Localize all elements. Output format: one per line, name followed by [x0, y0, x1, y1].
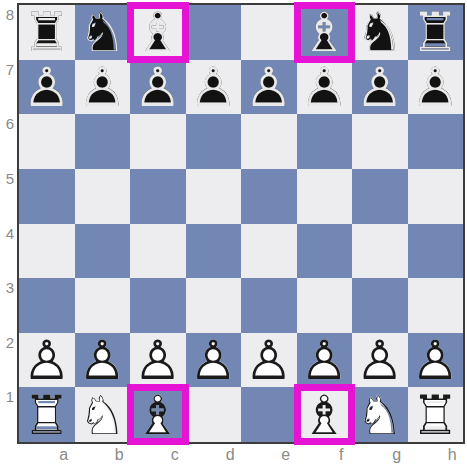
black-knight[interactable]: ♞♘: [352, 5, 408, 60]
white-bishop-outline-icon: ♗: [130, 388, 186, 443]
square-d6[interactable]: [186, 114, 242, 169]
file-label: f: [339, 447, 343, 463]
black-rook-icon: ♜: [408, 6, 464, 61]
black-bishop[interactable]: ♝♗: [130, 5, 186, 60]
square-h7[interactable]: ♟♙: [408, 60, 464, 115]
rank-label: 6: [6, 114, 14, 133]
square-b5[interactable]: [75, 169, 131, 224]
square-e2[interactable]: ♟♙: [241, 333, 297, 388]
white-pawn-outline-icon: ♙: [352, 334, 408, 389]
file-label: b: [115, 447, 124, 463]
black-pawn-outline-icon: ♙: [130, 61, 186, 116]
black-rook-outline-icon: ♖: [408, 6, 464, 61]
white-rook-outline-icon: ♖: [408, 388, 464, 443]
white-pawn-outline-icon: ♙: [408, 334, 464, 389]
black-pawn[interactable]: ♟♙: [186, 60, 242, 115]
black-bishop[interactable]: ♝♗: [297, 5, 353, 60]
square-b1[interactable]: ♞♘: [75, 387, 131, 442]
white-pawn[interactable]: ♟♙: [130, 333, 186, 388]
square-a4[interactable]: [19, 224, 75, 279]
black-pawn-icon: ♟: [297, 61, 353, 116]
square-c4[interactable]: [130, 224, 186, 279]
white-pawn[interactable]: ♟♙: [186, 333, 242, 388]
white-knight-outline-icon: ♘: [75, 388, 131, 443]
black-bishop-icon: ♝: [297, 6, 353, 61]
black-knight-icon: ♞: [75, 6, 131, 61]
chess-board-panel: 87654321 ♜♖♞♘♝♗♝♗♞♘♜♖♟♙♟♙♟♙♟♙♟♙♟♙♟♙♟♙♟♙♟…: [0, 0, 467, 466]
rank-label: 1: [6, 387, 14, 406]
rank-labels: 87654321: [0, 5, 14, 442]
square-b4[interactable]: [75, 224, 131, 279]
black-pawn[interactable]: ♟♙: [19, 60, 75, 115]
white-rook-outline-icon: ♖: [19, 388, 75, 443]
square-h4[interactable]: [408, 224, 464, 279]
white-knight[interactable]: ♞♘: [352, 387, 408, 442]
square-d2[interactable]: ♟♙: [186, 333, 242, 388]
black-knight-outline-icon: ♘: [352, 6, 408, 61]
square-g1[interactable]: ♞♘: [352, 387, 408, 442]
black-pawn-icon: ♟: [75, 61, 131, 116]
black-pawn[interactable]: ♟♙: [241, 60, 297, 115]
square-b8[interactable]: ♞♘: [75, 5, 131, 60]
white-pawn-outline-icon: ♙: [297, 334, 353, 389]
black-pawn[interactable]: ♟♙: [352, 60, 408, 115]
white-pawn-outline-icon: ♙: [241, 334, 297, 389]
square-d8[interactable]: [186, 5, 242, 60]
white-bishop[interactable]: ♝♗: [297, 387, 353, 442]
square-d3[interactable]: [186, 278, 242, 333]
black-knight-icon: ♞: [352, 6, 408, 61]
square-f4[interactable]: [297, 224, 353, 279]
black-pawn-outline-icon: ♙: [19, 61, 75, 116]
rank-label: 7: [6, 60, 14, 79]
white-rook-icon: ♜: [408, 388, 464, 443]
square-h8[interactable]: ♜♖: [408, 5, 464, 60]
black-bishop-icon: ♝: [130, 6, 186, 61]
square-d4[interactable]: [186, 224, 242, 279]
square-h1[interactable]: ♜♖: [408, 387, 464, 442]
rank-label: 5: [6, 169, 14, 188]
file-label: d: [226, 447, 235, 463]
black-pawn[interactable]: ♟♙: [130, 60, 186, 115]
white-pawn[interactable]: ♟♙: [241, 333, 297, 388]
black-pawn-outline-icon: ♙: [186, 61, 242, 116]
square-f7[interactable]: ♟♙: [297, 60, 353, 115]
file-label: a: [59, 447, 68, 463]
square-d7[interactable]: ♟♙: [186, 60, 242, 115]
white-pawn-icon: ♟: [352, 334, 408, 389]
black-pawn-icon: ♟: [352, 61, 408, 116]
white-knight-outline-icon: ♘: [352, 388, 408, 443]
square-e6[interactable]: [241, 114, 297, 169]
white-pawn[interactable]: ♟♙: [75, 333, 131, 388]
black-pawn-outline-icon: ♙: [352, 61, 408, 116]
square-b6[interactable]: [75, 114, 131, 169]
square-c2[interactable]: ♟♙: [130, 333, 186, 388]
square-c7[interactable]: ♟♙: [130, 60, 186, 115]
square-e7[interactable]: ♟♙: [241, 60, 297, 115]
square-c8[interactable]: ♝♗: [130, 5, 186, 60]
square-f8[interactable]: ♝♗: [297, 5, 353, 60]
white-pawn[interactable]: ♟♙: [352, 333, 408, 388]
black-pawn-icon: ♟: [186, 61, 242, 116]
file-label: e: [281, 447, 290, 463]
white-rook[interactable]: ♜♖: [408, 387, 464, 442]
black-bishop-outline-icon: ♗: [130, 6, 186, 61]
white-pawn-outline-icon: ♙: [130, 334, 186, 389]
square-f5[interactable]: [297, 169, 353, 224]
file-label: g: [392, 447, 401, 463]
square-a2[interactable]: ♟♙: [19, 333, 75, 388]
square-b7[interactable]: ♟♙: [75, 60, 131, 115]
square-e4[interactable]: [241, 224, 297, 279]
white-knight-icon: ♞: [352, 388, 408, 443]
square-d1[interactable]: [186, 387, 242, 442]
white-pawn-icon: ♟: [186, 334, 242, 389]
file-label: c: [171, 447, 179, 463]
square-b2[interactable]: ♟♙: [75, 333, 131, 388]
black-rook-outline-icon: ♖: [19, 6, 75, 61]
square-g4[interactable]: [352, 224, 408, 279]
square-h5[interactable]: [408, 169, 464, 224]
white-knight[interactable]: ♞♘: [75, 387, 131, 442]
black-bishop-outline-icon: ♗: [297, 6, 353, 61]
square-e5[interactable]: [241, 169, 297, 224]
black-pawn[interactable]: ♟♙: [297, 60, 353, 115]
black-rook-icon: ♜: [19, 6, 75, 61]
square-e3[interactable]: [241, 278, 297, 333]
white-pawn-outline-icon: ♙: [186, 334, 242, 389]
white-rook-icon: ♜: [19, 388, 75, 443]
black-pawn-icon: ♟: [241, 61, 297, 116]
black-pawn[interactable]: ♟♙: [75, 60, 131, 115]
white-bishop-outline-icon: ♗: [297, 388, 353, 443]
white-pawn-outline-icon: ♙: [75, 334, 131, 389]
square-c3[interactable]: [130, 278, 186, 333]
square-g3[interactable]: [352, 278, 408, 333]
square-g5[interactable]: [352, 169, 408, 224]
white-bishop[interactable]: ♝♗: [130, 387, 186, 442]
square-h2[interactable]: ♟♙: [408, 333, 464, 388]
black-pawn-outline-icon: ♙: [297, 61, 353, 116]
white-pawn-icon: ♟: [408, 334, 464, 389]
square-h3[interactable]: [408, 278, 464, 333]
file-label: h: [448, 447, 457, 463]
chess-board: ♜♖♞♘♝♗♝♗♞♘♜♖♟♙♟♙♟♙♟♙♟♙♟♙♟♙♟♙♟♙♟♙♟♙♟♙♟♙♟♙…: [17, 3, 465, 444]
square-e1[interactable]: [241, 387, 297, 442]
square-a1[interactable]: ♜♖: [19, 387, 75, 442]
square-f1[interactable]: ♝♗: [297, 387, 353, 442]
square-g8[interactable]: ♞♘: [352, 5, 408, 60]
white-pawn-icon: ♟: [75, 334, 131, 389]
square-h6[interactable]: [408, 114, 464, 169]
file-labels: abcdefgh: [36, 444, 467, 466]
black-pawn-icon: ♟: [408, 61, 464, 116]
white-pawn-icon: ♟: [19, 334, 75, 389]
black-rook[interactable]: ♜♖: [19, 5, 75, 60]
white-pawn[interactable]: ♟♙: [19, 333, 75, 388]
square-a7[interactable]: ♟♙: [19, 60, 75, 115]
white-pawn-outline-icon: ♙: [19, 334, 75, 389]
black-pawn-icon: ♟: [19, 61, 75, 116]
square-e8[interactable]: [241, 5, 297, 60]
square-a8[interactable]: ♜♖: [19, 5, 75, 60]
white-pawn-icon: ♟: [130, 334, 186, 389]
black-pawn[interactable]: ♟♙: [408, 60, 464, 115]
white-bishop-icon: ♝: [297, 388, 353, 443]
white-pawn-icon: ♟: [241, 334, 297, 389]
rank-label: 2: [6, 333, 14, 352]
square-g7[interactable]: ♟♙: [352, 60, 408, 115]
white-rook[interactable]: ♜♖: [19, 387, 75, 442]
square-d5[interactable]: [186, 169, 242, 224]
square-f3[interactable]: [297, 278, 353, 333]
black-pawn-icon: ♟: [130, 61, 186, 116]
square-b3[interactable]: [75, 278, 131, 333]
square-a3[interactable]: [19, 278, 75, 333]
black-pawn-outline-icon: ♙: [408, 61, 464, 116]
white-pawn[interactable]: ♟♙: [408, 333, 464, 388]
square-g2[interactable]: ♟♙: [352, 333, 408, 388]
square-c1[interactable]: ♝♗: [130, 387, 186, 442]
white-bishop-icon: ♝: [130, 388, 186, 443]
black-rook[interactable]: ♜♖: [408, 5, 464, 60]
square-a5[interactable]: [19, 169, 75, 224]
black-pawn-outline-icon: ♙: [241, 61, 297, 116]
square-a6[interactable]: [19, 114, 75, 169]
square-g6[interactable]: [352, 114, 408, 169]
square-f2[interactable]: ♟♙: [297, 333, 353, 388]
white-pawn[interactable]: ♟♙: [297, 333, 353, 388]
square-c6[interactable]: [130, 114, 186, 169]
black-pawn-outline-icon: ♙: [75, 61, 131, 116]
rank-label: 4: [6, 224, 14, 243]
square-c5[interactable]: [130, 169, 186, 224]
square-f6[interactable]: [297, 114, 353, 169]
rank-label: 3: [6, 278, 14, 297]
black-knight[interactable]: ♞♘: [75, 5, 131, 60]
white-pawn-icon: ♟: [297, 334, 353, 389]
white-knight-icon: ♞: [75, 388, 131, 443]
black-knight-outline-icon: ♘: [75, 6, 131, 61]
rank-label: 8: [6, 5, 14, 24]
